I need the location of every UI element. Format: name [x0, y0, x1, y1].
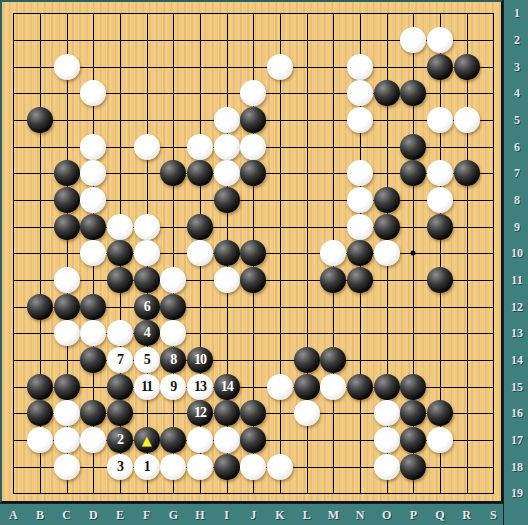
black-stone-N11: [347, 267, 373, 293]
black-stone-H7: [187, 160, 213, 186]
column-label-J: J: [250, 508, 256, 523]
white-stone-N3: [347, 54, 373, 80]
move-number-label: 7: [117, 353, 123, 367]
white-stone-O18: [374, 454, 400, 480]
black-stone-P4: [400, 80, 426, 106]
black-stone-E17: 2: [107, 427, 133, 453]
black-stone-O4: [374, 80, 400, 106]
row-label-10: 10: [511, 246, 523, 261]
white-stone-C13: [54, 320, 80, 346]
black-stone-J11: [240, 267, 266, 293]
black-stone-C12: [54, 294, 80, 320]
white-stone-N7: [347, 160, 373, 186]
white-stone-F6: [134, 134, 160, 160]
white-stone-H6: [187, 134, 213, 160]
black-stone-L15: [294, 374, 320, 400]
black-stone-J10: [240, 240, 266, 266]
black-stone-D14: [80, 347, 106, 373]
black-stone-Q16: [427, 400, 453, 426]
white-stone-E14: 7: [107, 347, 133, 373]
column-label-O: O: [382, 508, 391, 523]
white-stone-H18: [187, 454, 213, 480]
white-stone-R5: [454, 107, 480, 133]
black-stone-I15: 14: [214, 374, 240, 400]
column-label-K: K: [275, 508, 284, 523]
white-stone-C11: [54, 267, 80, 293]
white-stone-Q8: [427, 187, 453, 213]
black-stone-C9: [54, 214, 80, 240]
white-stone-J6: [240, 134, 266, 160]
black-stone-D12: [80, 294, 106, 320]
grid-line-horizontal: [13, 493, 494, 494]
row-label-4: 4: [514, 86, 520, 101]
white-stone-O17: [374, 427, 400, 453]
row-label-18: 18: [511, 459, 523, 474]
grid-line-vertical: [493, 13, 494, 494]
black-stone-J16: [240, 400, 266, 426]
column-label-L: L: [303, 508, 311, 523]
move-number-label: 9: [170, 380, 176, 394]
white-stone-E18: 3: [107, 454, 133, 480]
black-stone-P6: [400, 134, 426, 160]
black-stone-F12: 6: [134, 294, 160, 320]
black-stone-B16: [27, 400, 53, 426]
black-stone-I8: [214, 187, 240, 213]
black-stone-O8: [374, 187, 400, 213]
star-point: [411, 251, 416, 256]
move-number-label: 10: [194, 353, 206, 367]
black-stone-F13: 4: [134, 320, 160, 346]
black-stone-G12: [160, 294, 186, 320]
black-stone-Q11: [427, 267, 453, 293]
column-label-H: H: [195, 508, 204, 523]
column-label-Q: Q: [435, 508, 444, 523]
white-stone-P2: [400, 27, 426, 53]
go-diagram: 64758101191314122▲31 ABCDEFGHIJKLMNOPQRS…: [0, 0, 528, 525]
white-stone-M10: [320, 240, 346, 266]
white-stone-F15: 11: [134, 374, 160, 400]
row-label-19: 19: [511, 486, 523, 501]
black-stone-F17: ▲: [134, 427, 160, 453]
black-stone-J5: [240, 107, 266, 133]
grid-line-vertical: [280, 13, 281, 494]
row-label-14: 14: [511, 353, 523, 368]
white-stone-L16: [294, 400, 320, 426]
white-stone-O16: [374, 400, 400, 426]
black-stone-N15: [347, 374, 373, 400]
black-stone-E11: [107, 267, 133, 293]
black-stone-J7: [240, 160, 266, 186]
white-stone-N4: [347, 80, 373, 106]
black-stone-G7: [160, 160, 186, 186]
row-label-15: 15: [511, 379, 523, 394]
black-stone-E10: [107, 240, 133, 266]
column-label-P: P: [410, 508, 417, 523]
white-stone-C18: [54, 454, 80, 480]
white-stone-D17: [80, 427, 106, 453]
white-stone-D4: [80, 80, 106, 106]
white-stone-F9: [134, 214, 160, 240]
move-number-label: 4: [144, 326, 150, 340]
row-label-7: 7: [514, 166, 520, 181]
white-stone-Q17: [427, 427, 453, 453]
move-number-label: 1: [144, 460, 150, 474]
column-label-A: A: [9, 508, 18, 523]
white-stone-D8: [80, 187, 106, 213]
black-stone-P7: [400, 160, 426, 186]
black-stone-G14: 8: [160, 347, 186, 373]
column-label-N: N: [356, 508, 365, 523]
white-stone-H10: [187, 240, 213, 266]
white-stone-D10: [80, 240, 106, 266]
white-stone-F18: 1: [134, 454, 160, 480]
white-stone-I17: [214, 427, 240, 453]
row-label-17: 17: [511, 433, 523, 448]
black-stone-H16: 12: [187, 400, 213, 426]
move-number-label: 12: [194, 406, 206, 420]
white-stone-K18: [267, 454, 293, 480]
row-label-1: 1: [514, 6, 520, 21]
white-stone-G18: [160, 454, 186, 480]
black-stone-P15: [400, 374, 426, 400]
move-number-label: 14: [221, 380, 233, 394]
black-stone-M11: [320, 267, 346, 293]
column-labels-strip: ABCDEFGHIJKLMNOPQRS: [0, 503, 503, 525]
white-stone-H15: 13: [187, 374, 213, 400]
black-stone-C8: [54, 187, 80, 213]
white-stone-H17: [187, 427, 213, 453]
move-number-label: 2: [117, 433, 123, 447]
black-stone-B15: [27, 374, 53, 400]
black-stone-N10: [347, 240, 373, 266]
white-stone-N9: [347, 214, 373, 240]
row-labels-strip: 12345678910111213141516171819: [503, 0, 528, 525]
row-label-6: 6: [514, 139, 520, 154]
black-stone-B12: [27, 294, 53, 320]
black-stone-G17: [160, 427, 186, 453]
black-stone-Q9: [427, 214, 453, 240]
row-label-9: 9: [514, 219, 520, 234]
white-stone-I11: [214, 267, 240, 293]
black-stone-C7: [54, 160, 80, 186]
row-label-2: 2: [514, 32, 520, 47]
white-stone-D6: [80, 134, 106, 160]
move-number-label: 13: [194, 380, 206, 394]
white-stone-J4: [240, 80, 266, 106]
black-stone-P17: [400, 427, 426, 453]
white-stone-I5: [214, 107, 240, 133]
row-label-11: 11: [511, 273, 522, 288]
move-number-label: 8: [170, 353, 176, 367]
white-stone-F10: [134, 240, 160, 266]
white-stone-G11: [160, 267, 186, 293]
black-stone-B5: [27, 107, 53, 133]
black-stone-J17: [240, 427, 266, 453]
column-label-C: C: [62, 508, 71, 523]
black-stone-R7: [454, 160, 480, 186]
white-stone-E13: [107, 320, 133, 346]
column-label-M: M: [328, 508, 339, 523]
column-label-F: F: [143, 508, 150, 523]
black-stone-M14: [320, 347, 346, 373]
white-stone-D13: [80, 320, 106, 346]
black-stone-E16: [107, 400, 133, 426]
black-stone-O9: [374, 214, 400, 240]
column-label-E: E: [116, 508, 124, 523]
black-stone-I10: [214, 240, 240, 266]
black-stone-O15: [374, 374, 400, 400]
row-label-13: 13: [511, 326, 523, 341]
column-label-S: S: [490, 508, 497, 523]
column-label-R: R: [462, 508, 471, 523]
row-label-3: 3: [514, 59, 520, 74]
column-label-D: D: [89, 508, 98, 523]
triangle-marker-icon: ▲: [142, 434, 152, 447]
move-number-label: 6: [144, 300, 150, 314]
black-stone-P16: [400, 400, 426, 426]
grid-line-vertical: [467, 13, 468, 494]
white-stone-Q2: [427, 27, 453, 53]
black-stone-L14: [294, 347, 320, 373]
white-stone-K15: [267, 374, 293, 400]
white-stone-I7: [214, 160, 240, 186]
black-stone-E15: [107, 374, 133, 400]
black-stone-R3: [454, 54, 480, 80]
white-stone-E9: [107, 214, 133, 240]
column-label-B: B: [36, 508, 44, 523]
row-label-16: 16: [511, 406, 523, 421]
move-number-label: 3: [117, 460, 123, 474]
white-stone-F14: 5: [134, 347, 160, 373]
row-label-12: 12: [511, 299, 523, 314]
white-stone-Q7: [427, 160, 453, 186]
white-stone-J18: [240, 454, 266, 480]
black-stone-D16: [80, 400, 106, 426]
row-label-5: 5: [514, 112, 520, 127]
column-label-I: I: [224, 508, 229, 523]
white-stone-I6: [214, 134, 240, 160]
black-stone-I18: [214, 454, 240, 480]
black-stone-I16: [214, 400, 240, 426]
white-stone-G15: 9: [160, 374, 186, 400]
white-stone-C16: [54, 400, 80, 426]
black-stone-H9: [187, 214, 213, 240]
row-label-8: 8: [514, 192, 520, 207]
white-stone-N5: [347, 107, 373, 133]
black-stone-H14: 10: [187, 347, 213, 373]
black-stone-C15: [54, 374, 80, 400]
column-label-G: G: [169, 508, 178, 523]
black-stone-P18: [400, 454, 426, 480]
black-stone-Q3: [427, 54, 453, 80]
move-number-label: 11: [141, 380, 152, 394]
go-board[interactable]: 64758101191314122▲31: [0, 0, 503, 503]
black-stone-F11: [134, 267, 160, 293]
move-number-label: 5: [144, 353, 150, 367]
white-stone-Q5: [427, 107, 453, 133]
white-stone-D7: [80, 160, 106, 186]
white-stone-B17: [27, 427, 53, 453]
white-stone-G13: [160, 320, 186, 346]
white-stone-N8: [347, 187, 373, 213]
white-stone-C3: [54, 54, 80, 80]
white-stone-K3: [267, 54, 293, 80]
white-stone-M15: [320, 374, 346, 400]
white-stone-O10: [374, 240, 400, 266]
black-stone-D9: [80, 214, 106, 240]
white-stone-C17: [54, 427, 80, 453]
